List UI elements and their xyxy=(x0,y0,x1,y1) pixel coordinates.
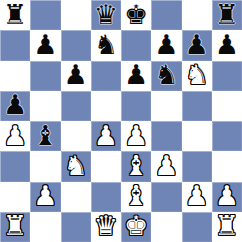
square-h8[interactable]: ♜ xyxy=(212,0,242,30)
square-b4[interactable]: ♝ xyxy=(30,121,60,151)
square-c3[interactable]: ♞ xyxy=(61,151,91,181)
square-d2[interactable] xyxy=(91,182,121,212)
piece-black-pawn: ♟ xyxy=(215,31,239,58)
square-f6[interactable]: ♞ xyxy=(151,61,181,91)
square-h2[interactable]: ♟ xyxy=(212,182,242,212)
square-c1[interactable] xyxy=(61,212,91,242)
piece-black-pawn: ♟ xyxy=(33,31,57,58)
square-a1[interactable]: ♜ xyxy=(0,212,30,242)
square-e6[interactable]: ♟ xyxy=(121,61,151,91)
piece-white-pawn: ♟ xyxy=(215,182,239,209)
square-c4[interactable] xyxy=(61,121,91,151)
square-b6[interactable] xyxy=(30,61,60,91)
square-g2[interactable]: ♟ xyxy=(182,182,212,212)
piece-white-king: ♚ xyxy=(124,212,148,239)
chess-board: ♜♛♚♜♟♞♟♟♟♟♟♞♞♟♟♝♟♟♞♝♟♟♝♟♟♜♛♚♜ xyxy=(0,0,242,242)
square-g7[interactable]: ♟ xyxy=(182,30,212,60)
piece-black-knight: ♞ xyxy=(154,61,178,88)
square-a5[interactable]: ♟ xyxy=(0,91,30,121)
square-b1[interactable] xyxy=(30,212,60,242)
square-f7[interactable]: ♟ xyxy=(151,30,181,60)
piece-black-pawn: ♟ xyxy=(185,31,209,58)
square-d6[interactable] xyxy=(91,61,121,91)
square-g3[interactable] xyxy=(182,151,212,181)
square-b8[interactable] xyxy=(30,0,60,30)
square-d1[interactable]: ♛ xyxy=(91,212,121,242)
square-g1[interactable] xyxy=(182,212,212,242)
piece-white-pawn: ♟ xyxy=(124,122,148,149)
square-a4[interactable]: ♟ xyxy=(0,121,30,151)
square-b5[interactable] xyxy=(30,91,60,121)
piece-white-pawn: ♟ xyxy=(154,152,178,179)
square-f4[interactable] xyxy=(151,121,181,151)
square-f2[interactable] xyxy=(151,182,181,212)
piece-white-queen: ♛ xyxy=(94,212,118,239)
piece-white-pawn: ♟ xyxy=(3,122,27,149)
square-a8[interactable]: ♜ xyxy=(0,0,30,30)
piece-white-knight: ♞ xyxy=(185,61,209,88)
piece-white-rook: ♜ xyxy=(3,212,27,239)
piece-white-bishop: ♝ xyxy=(124,182,148,209)
piece-white-knight: ♞ xyxy=(64,152,88,179)
square-g4[interactable] xyxy=(182,121,212,151)
square-c5[interactable] xyxy=(61,91,91,121)
square-e2[interactable]: ♝ xyxy=(121,182,151,212)
square-a2[interactable] xyxy=(0,182,30,212)
square-h6[interactable] xyxy=(212,61,242,91)
square-a3[interactable] xyxy=(0,151,30,181)
square-f3[interactable]: ♟ xyxy=(151,151,181,181)
square-a6[interactable] xyxy=(0,61,30,91)
piece-white-pawn: ♟ xyxy=(94,122,118,149)
piece-black-knight: ♞ xyxy=(94,31,118,58)
square-e3[interactable]: ♝ xyxy=(121,151,151,181)
square-d3[interactable] xyxy=(91,151,121,181)
square-c2[interactable] xyxy=(61,182,91,212)
square-b3[interactable] xyxy=(30,151,60,181)
piece-white-pawn: ♟ xyxy=(185,182,209,209)
square-e7[interactable] xyxy=(121,30,151,60)
square-f8[interactable] xyxy=(151,0,181,30)
piece-black-rook: ♜ xyxy=(3,1,27,28)
square-e4[interactable]: ♟ xyxy=(121,121,151,151)
square-d4[interactable]: ♟ xyxy=(91,121,121,151)
square-e1[interactable]: ♚ xyxy=(121,212,151,242)
square-a7[interactable] xyxy=(0,30,30,60)
piece-white-bishop: ♝ xyxy=(124,152,148,179)
square-c6[interactable]: ♟ xyxy=(61,61,91,91)
square-d8[interactable]: ♛ xyxy=(91,0,121,30)
square-h3[interactable] xyxy=(212,151,242,181)
square-h1[interactable]: ♜ xyxy=(212,212,242,242)
piece-black-pawn: ♟ xyxy=(154,31,178,58)
piece-white-pawn: ♟ xyxy=(33,182,57,209)
square-g8[interactable] xyxy=(182,0,212,30)
square-f5[interactable] xyxy=(151,91,181,121)
square-d7[interactable]: ♞ xyxy=(91,30,121,60)
square-e5[interactable] xyxy=(121,91,151,121)
square-d5[interactable] xyxy=(91,91,121,121)
piece-white-rook: ♜ xyxy=(215,212,239,239)
square-h5[interactable] xyxy=(212,91,242,121)
square-g6[interactable]: ♞ xyxy=(182,61,212,91)
square-g5[interactable] xyxy=(182,91,212,121)
square-c8[interactable] xyxy=(61,0,91,30)
square-b7[interactable]: ♟ xyxy=(30,30,60,60)
square-b2[interactable]: ♟ xyxy=(30,182,60,212)
square-h4[interactable] xyxy=(212,121,242,151)
square-c7[interactable] xyxy=(61,30,91,60)
piece-black-pawn: ♟ xyxy=(3,91,27,118)
square-e8[interactable]: ♚ xyxy=(121,0,151,30)
square-h7[interactable]: ♟ xyxy=(212,30,242,60)
piece-black-pawn: ♟ xyxy=(64,61,88,88)
square-f1[interactable] xyxy=(151,212,181,242)
piece-black-king: ♚ xyxy=(124,1,148,28)
piece-black-queen: ♛ xyxy=(94,1,118,28)
piece-black-bishop: ♝ xyxy=(33,122,57,149)
piece-black-rook: ♜ xyxy=(215,1,239,28)
piece-black-pawn: ♟ xyxy=(124,61,148,88)
